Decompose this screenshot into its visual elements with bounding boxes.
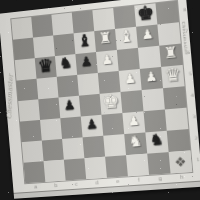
piece-black-pawn-d3[interactable]: ♟ — [86, 117, 99, 131]
speckle — [168, 192, 169, 193]
speckle — [16, 0, 17, 1]
square-f4[interactable] — [121, 90, 144, 113]
piece-white-pawn-g7[interactable]: ♟ — [141, 27, 154, 41]
square-h5[interactable]: ♛ — [161, 65, 184, 88]
square-b6[interactable]: ♛ — [35, 56, 57, 79]
square-g5[interactable]: ♟ — [140, 67, 163, 90]
piece-white-pawn-f3[interactable]: ♟ — [127, 114, 140, 128]
square-f1[interactable] — [126, 154, 149, 177]
square-e1[interactable] — [105, 155, 128, 178]
square-a7[interactable] — [13, 38, 35, 61]
rank-label-2: 2 — [194, 137, 197, 142]
file-label-c: c — [66, 179, 87, 189]
square-d5[interactable] — [77, 73, 99, 96]
piece-white-bishop-f7[interactable]: ♝ — [118, 28, 134, 46]
rank-label-1: 1 — [196, 158, 199, 163]
square-h3[interactable] — [165, 108, 188, 131]
square-a1[interactable] — [23, 161, 45, 183]
square-b2[interactable] — [42, 139, 64, 161]
square-g8[interactable]: ♚ — [134, 3, 157, 26]
square-e7[interactable]: ♜ — [94, 29, 117, 52]
chess-board: ♚♝♜♝♟♛♞♟♟♜♟♟♛♟♚♟♟♞♞❖ abcdefgh 87654321 C… — [0, 0, 200, 199]
square-e2[interactable] — [103, 134, 126, 157]
square-a5[interactable] — [16, 79, 38, 101]
square-c3[interactable] — [60, 117, 82, 139]
piece-white-king-e4[interactable]: ♚ — [101, 91, 120, 111]
square-h8[interactable] — [155, 1, 178, 25]
square-a4[interactable] — [18, 99, 40, 121]
file-label-a: a — [25, 182, 46, 192]
square-g1[interactable] — [147, 152, 170, 175]
square-e3[interactable] — [101, 113, 124, 136]
piece-black-knight-c6[interactable]: ♞ — [59, 55, 73, 71]
piece-white-knight-f2[interactable]: ♞ — [128, 134, 143, 150]
square-h1[interactable]: ❖ — [169, 150, 193, 173]
piece-white-rook-e7[interactable]: ♜ — [98, 30, 113, 46]
piece-black-king-g8[interactable]: ♚ — [136, 3, 155, 24]
rank-label-3: 3 — [193, 115, 196, 120]
square-e6[interactable]: ♟ — [96, 50, 119, 73]
square-c8[interactable] — [51, 13, 73, 36]
square-e4[interactable]: ♚ — [100, 92, 123, 115]
square-b3[interactable] — [40, 118, 62, 140]
square-f3[interactable]: ♟ — [122, 111, 145, 134]
square-d4[interactable] — [79, 94, 101, 117]
board-grid: ♚♝♜♝♟♛♞♟♟♜♟♟♛♟♚♟♟♞♞❖ — [11, 1, 192, 183]
square-c2[interactable] — [62, 137, 84, 159]
square-g2[interactable]: ♞ — [145, 131, 168, 154]
square-h4[interactable] — [163, 86, 186, 109]
speckle — [72, 0, 73, 1]
board-frame: ♚♝♜♝♟♛♞♟♟♜♟♟♛♟♚♟♟♞♞❖ abcdefgh 87654321 C… — [0, 0, 200, 199]
rank-label-8: 8 — [183, 8, 186, 13]
file-label-f: f — [128, 175, 150, 185]
square-c4[interactable]: ♟ — [59, 96, 81, 119]
rank-label-5: 5 — [189, 73, 192, 78]
square-g7[interactable]: ♟ — [136, 24, 159, 47]
square-f2[interactable]: ♞ — [124, 132, 147, 155]
piece-black-pawn-d6[interactable]: ♟ — [80, 54, 93, 68]
file-label-d: d — [86, 178, 108, 188]
speckle — [0, 72, 1, 73]
speckle — [0, 56, 1, 57]
rank-label-4: 4 — [191, 94, 194, 99]
square-d6[interactable]: ♟ — [75, 52, 97, 75]
file-label-e: e — [107, 176, 129, 186]
square-b5[interactable] — [37, 77, 59, 100]
piece-black-queen-b6[interactable]: ♛ — [37, 56, 54, 75]
square-a2[interactable] — [22, 141, 44, 163]
square-f6[interactable] — [117, 48, 140, 71]
speckle — [0, 72, 1, 73]
file-label-b: b — [45, 180, 66, 190]
speckle — [192, 32, 193, 33]
square-a3[interactable] — [20, 120, 42, 142]
piece-white-queen-h5[interactable]: ♛ — [164, 65, 182, 85]
piece-black-bishop-d7[interactable]: ♝ — [77, 32, 92, 49]
square-f7[interactable]: ♝ — [115, 27, 138, 50]
piece-black-pawn-c4[interactable]: ♟ — [63, 98, 75, 112]
speckle — [0, 80, 1, 81]
brand-script-label: Chessmaster — [5, 74, 14, 119]
piece-white-pawn-g5[interactable]: ♟ — [145, 69, 158, 83]
speckle — [192, 8, 193, 9]
speckle — [8, 192, 9, 193]
square-d1[interactable] — [84, 157, 107, 179]
piece-white-pawn-f5[interactable]: ♟ — [124, 71, 137, 85]
piece-white-pawn-e6[interactable]: ♟ — [101, 52, 114, 66]
square-d2[interactable] — [83, 136, 106, 158]
square-b8[interactable] — [31, 15, 53, 38]
board-ornament: ❖ — [169, 150, 193, 173]
square-b4[interactable] — [38, 98, 60, 120]
square-h7[interactable] — [157, 22, 180, 45]
speckle — [0, 112, 1, 113]
square-c1[interactable] — [64, 158, 86, 180]
square-f5[interactable]: ♟ — [119, 69, 142, 92]
square-c7[interactable] — [53, 33, 75, 56]
square-d7[interactable]: ♝ — [74, 31, 96, 54]
square-e8[interactable] — [92, 8, 115, 31]
photo-scene: ♚♝♜♝♟♛♞♟♟♜♟♟♛♟♚♟♟♞♞❖ abcdefgh 87654321 C… — [0, 0, 200, 200]
square-h2[interactable] — [167, 129, 191, 152]
square-c5[interactable] — [57, 75, 79, 98]
square-a8[interactable] — [11, 17, 33, 40]
square-g3[interactable] — [143, 109, 166, 132]
square-b1[interactable] — [44, 160, 66, 182]
square-c6[interactable]: ♞ — [55, 54, 77, 77]
square-d3[interactable]: ♟ — [81, 115, 104, 138]
square-g4[interactable] — [142, 88, 165, 111]
piece-black-knight-g2[interactable]: ♞ — [149, 132, 164, 148]
square-g6[interactable] — [138, 46, 161, 69]
piece-white-rook-h6[interactable]: ♜ — [163, 45, 178, 62]
square-a6[interactable] — [15, 58, 37, 80]
file-label-h: h — [171, 172, 193, 183]
file-label-g: g — [149, 173, 171, 184]
